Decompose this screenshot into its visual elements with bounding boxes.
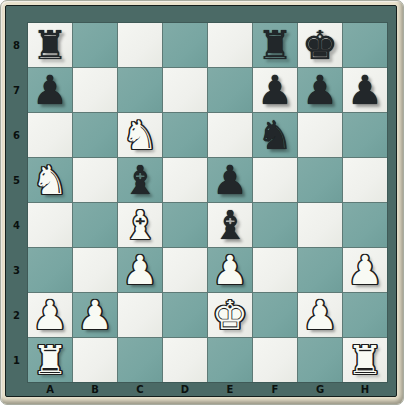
- square-b6[interactable]: [73, 113, 117, 157]
- square-g7[interactable]: ♟: [298, 68, 342, 112]
- square-a1[interactable]: ♜: [28, 338, 72, 382]
- square-a6[interactable]: [28, 113, 72, 157]
- white-bishop: ♝: [122, 203, 158, 247]
- file-label-a: A: [28, 383, 72, 396]
- black-pawn: ♟: [212, 158, 248, 202]
- square-a3[interactable]: [28, 248, 72, 292]
- square-d6[interactable]: [163, 113, 207, 157]
- square-e4[interactable]: ♝: [208, 203, 252, 247]
- white-rook: ♜: [32, 338, 68, 382]
- square-c8[interactable]: [118, 23, 162, 67]
- square-b8[interactable]: [73, 23, 117, 67]
- square-b2[interactable]: ♟: [73, 293, 117, 337]
- square-a2[interactable]: ♟: [28, 293, 72, 337]
- white-knight: ♞: [122, 113, 158, 157]
- square-c4[interactable]: ♝: [118, 203, 162, 247]
- file-label-g: G: [298, 383, 342, 396]
- square-c6[interactable]: ♞: [118, 113, 162, 157]
- file-label-f: F: [253, 383, 297, 396]
- square-d8[interactable]: [163, 23, 207, 67]
- page: 87654321 ♜♜♚♟♟♟♟♞♞♞♝♟♝♝♟♟♟♟♟♚♟♜♜ ABCDEFG…: [0, 0, 404, 405]
- white-pawn: ♟: [77, 293, 113, 337]
- square-c1[interactable]: [118, 338, 162, 382]
- white-pawn: ♟: [302, 293, 338, 337]
- white-pawn: ♟: [212, 248, 248, 292]
- square-f8[interactable]: ♜: [253, 23, 297, 67]
- board-border: 87654321 ♜♜♚♟♟♟♟♞♞♞♝♟♝♝♟♟♟♟♟♚♟♜♜ ABCDEFG…: [5, 5, 397, 397]
- square-e6[interactable]: [208, 113, 252, 157]
- file-label-b: B: [73, 383, 117, 396]
- file-label-d: D: [163, 383, 207, 396]
- black-pawn: ♟: [32, 68, 68, 112]
- square-g1[interactable]: [298, 338, 342, 382]
- square-b5[interactable]: [73, 158, 117, 202]
- square-c3[interactable]: ♟: [118, 248, 162, 292]
- rank-label-7: 7: [6, 68, 27, 112]
- square-g5[interactable]: [298, 158, 342, 202]
- square-e2[interactable]: ♚: [208, 293, 252, 337]
- square-d7[interactable]: [163, 68, 207, 112]
- square-a7[interactable]: ♟: [28, 68, 72, 112]
- file-label-c: C: [118, 383, 162, 396]
- white-pawn: ♟: [32, 293, 68, 337]
- square-h6[interactable]: [343, 113, 387, 157]
- rank-label-6: 6: [6, 113, 27, 157]
- square-c7[interactable]: [118, 68, 162, 112]
- black-bishop: ♝: [122, 158, 158, 202]
- white-pawn: ♟: [347, 248, 383, 292]
- square-h8[interactable]: [343, 23, 387, 67]
- square-c2[interactable]: [118, 293, 162, 337]
- file-label-h: H: [343, 383, 387, 396]
- square-d1[interactable]: [163, 338, 207, 382]
- black-knight: ♞: [257, 113, 293, 157]
- square-a5[interactable]: ♞: [28, 158, 72, 202]
- square-h3[interactable]: ♟: [343, 248, 387, 292]
- file-label-e: E: [208, 383, 252, 396]
- square-g6[interactable]: [298, 113, 342, 157]
- square-h1[interactable]: ♜: [343, 338, 387, 382]
- square-b3[interactable]: [73, 248, 117, 292]
- square-f5[interactable]: [253, 158, 297, 202]
- square-d5[interactable]: [163, 158, 207, 202]
- black-pawn: ♟: [347, 68, 383, 112]
- square-d4[interactable]: [163, 203, 207, 247]
- square-e5[interactable]: ♟: [208, 158, 252, 202]
- corner-spacer: [6, 383, 27, 396]
- black-pawn: ♟: [257, 68, 293, 112]
- square-g3[interactable]: [298, 248, 342, 292]
- square-b1[interactable]: [73, 338, 117, 382]
- board-grid: ♜♜♚♟♟♟♟♞♞♞♝♟♝♝♟♟♟♟♟♚♟♜♜: [27, 22, 388, 383]
- square-h7[interactable]: ♟: [343, 68, 387, 112]
- white-king: ♚: [212, 293, 248, 337]
- black-bishop: ♝: [212, 203, 248, 247]
- black-rook: ♜: [257, 23, 293, 67]
- file-labels: ABCDEFGH: [27, 383, 388, 396]
- square-f4[interactable]: [253, 203, 297, 247]
- square-a8[interactable]: ♜: [28, 23, 72, 67]
- rank-label-2: 2: [6, 293, 27, 337]
- square-h5[interactable]: [343, 158, 387, 202]
- square-f2[interactable]: [253, 293, 297, 337]
- square-g8[interactable]: ♚: [298, 23, 342, 67]
- black-pawn: ♟: [302, 68, 338, 112]
- white-pawn: ♟: [122, 248, 158, 292]
- square-c5[interactable]: ♝: [118, 158, 162, 202]
- square-h2[interactable]: [343, 293, 387, 337]
- square-b7[interactable]: [73, 68, 117, 112]
- rank-labels: 87654321: [6, 22, 27, 383]
- square-d2[interactable]: [163, 293, 207, 337]
- square-h4[interactable]: [343, 203, 387, 247]
- square-f6[interactable]: ♞: [253, 113, 297, 157]
- square-a4[interactable]: [28, 203, 72, 247]
- white-knight: ♞: [32, 158, 68, 202]
- rank-label-8: 8: [6, 23, 27, 67]
- rank-label-4: 4: [6, 203, 27, 247]
- square-d3[interactable]: [163, 248, 207, 292]
- square-f1[interactable]: [253, 338, 297, 382]
- square-f7[interactable]: ♟: [253, 68, 297, 112]
- rank-label-5: 5: [6, 158, 27, 202]
- square-e1[interactable]: [208, 338, 252, 382]
- square-g4[interactable]: [298, 203, 342, 247]
- square-b4[interactable]: [73, 203, 117, 247]
- square-g2[interactable]: ♟: [298, 293, 342, 337]
- black-rook: ♜: [32, 23, 68, 67]
- square-f3[interactable]: [253, 248, 297, 292]
- white-rook: ♜: [347, 338, 383, 382]
- rank-label-3: 3: [6, 248, 27, 292]
- square-e7[interactable]: [208, 68, 252, 112]
- rank-label-1: 1: [6, 338, 27, 382]
- black-king: ♚: [302, 23, 338, 67]
- square-e8[interactable]: [208, 23, 252, 67]
- square-e3[interactable]: ♟: [208, 248, 252, 292]
- diagram-photo-frame: 87654321 ♜♜♚♟♟♟♟♞♞♞♝♟♝♝♟♟♟♟♟♚♟♜♜ ABCDEFG…: [0, 0, 404, 405]
